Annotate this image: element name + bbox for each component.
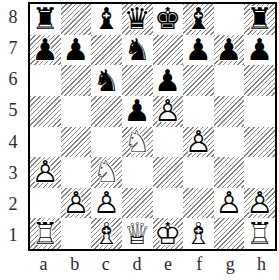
square-a5 xyxy=(30,96,61,127)
rank-label-4: 4 xyxy=(0,127,26,158)
square-b6 xyxy=(61,65,92,96)
file-label-a: a xyxy=(28,251,59,278)
square-f4: ♟♙ xyxy=(183,127,214,158)
square-b3 xyxy=(61,157,92,188)
square-d6 xyxy=(122,65,153,96)
square-f8: ♝ xyxy=(183,4,214,35)
rank-labels: 87654321 xyxy=(0,2,26,251)
square-b2: ♟♙ xyxy=(61,188,92,219)
square-f2 xyxy=(183,188,214,219)
rank-label-7: 7 xyxy=(0,33,26,64)
piece-black-pawn: ♟ xyxy=(183,35,214,66)
square-d3 xyxy=(122,157,153,188)
square-a6 xyxy=(30,65,61,96)
rank-label-1: 1 xyxy=(0,220,26,251)
piece-black-pawn: ♟ xyxy=(61,35,92,66)
piece-white-pawn: ♙ xyxy=(153,96,184,127)
file-label-d: d xyxy=(121,251,152,278)
piece-black-bishop: ♝ xyxy=(183,4,214,35)
piece-white-pawn: ♙ xyxy=(183,127,214,158)
rank-label-2: 2 xyxy=(0,189,26,220)
square-h2: ♟♙ xyxy=(244,188,275,219)
file-label-g: g xyxy=(215,251,246,278)
square-g8 xyxy=(214,4,245,35)
square-b1 xyxy=(61,218,92,249)
square-h6 xyxy=(244,65,275,96)
square-a8: ♜ xyxy=(30,4,61,35)
square-c7 xyxy=(91,35,122,66)
piece-white-queen: ♕ xyxy=(122,218,153,249)
piece-white-pawn: ♙ xyxy=(30,157,61,188)
square-g2: ♟♙ xyxy=(214,188,245,219)
square-e2 xyxy=(153,188,184,219)
file-label-b: b xyxy=(59,251,90,278)
piece-black-pawn: ♟ xyxy=(214,35,245,66)
piece-white-pawn: ♙ xyxy=(244,188,275,219)
square-c6: ♞ xyxy=(91,65,122,96)
square-c1: ♝♗ xyxy=(91,218,122,249)
chess-diagram-page: 87654321 ♜♝♛♚♝♜♟♟♞♟♟♟♞♟♟♟♙♞♘♟♙♟♙♞♘♟♙♟♙♟♙… xyxy=(0,0,279,280)
square-g7: ♟ xyxy=(214,35,245,66)
piece-black-bishop: ♝ xyxy=(91,4,122,35)
rank-label-5: 5 xyxy=(0,95,26,126)
square-d5: ♟ xyxy=(122,96,153,127)
square-f1: ♝♗ xyxy=(183,218,214,249)
square-a3: ♟♙ xyxy=(30,157,61,188)
piece-white-pawn: ♙ xyxy=(214,188,245,219)
square-e3 xyxy=(153,157,184,188)
file-label-c: c xyxy=(90,251,121,278)
piece-black-queen: ♛ xyxy=(122,4,153,35)
square-d1: ♛♕ xyxy=(122,218,153,249)
piece-black-knight: ♞ xyxy=(91,65,122,96)
piece-black-pawn: ♟ xyxy=(244,35,275,66)
piece-white-rook: ♖ xyxy=(30,218,61,249)
square-e4 xyxy=(153,127,184,158)
square-h1: ♜♖ xyxy=(244,218,275,249)
square-d2 xyxy=(122,188,153,219)
square-d4: ♞♘ xyxy=(122,127,153,158)
square-a1: ♜♖ xyxy=(30,218,61,249)
square-b5 xyxy=(61,96,92,127)
square-a2 xyxy=(30,188,61,219)
rank-label-8: 8 xyxy=(0,2,26,33)
square-e7 xyxy=(153,35,184,66)
square-g3 xyxy=(214,157,245,188)
square-e1: ♚♔ xyxy=(153,218,184,249)
square-g5 xyxy=(214,96,245,127)
square-a4 xyxy=(30,127,61,158)
piece-white-king: ♔ xyxy=(153,218,184,249)
square-g1 xyxy=(214,218,245,249)
square-g4 xyxy=(214,127,245,158)
piece-black-king: ♚ xyxy=(153,4,184,35)
piece-black-pawn: ♟ xyxy=(30,35,61,66)
file-label-h: h xyxy=(246,251,277,278)
square-h4 xyxy=(244,127,275,158)
piece-black-pawn: ♟ xyxy=(153,65,184,96)
square-g6 xyxy=(214,65,245,96)
square-h8: ♜ xyxy=(244,4,275,35)
piece-black-rook: ♜ xyxy=(30,4,61,35)
square-f3 xyxy=(183,157,214,188)
square-a7: ♟ xyxy=(30,35,61,66)
rank-label-3: 3 xyxy=(0,158,26,189)
square-e8: ♚ xyxy=(153,4,184,35)
square-d7: ♞ xyxy=(122,35,153,66)
square-d8: ♛ xyxy=(122,4,153,35)
piece-black-pawn: ♟ xyxy=(122,96,153,127)
square-b8 xyxy=(61,4,92,35)
square-h3 xyxy=(244,157,275,188)
square-h5 xyxy=(244,96,275,127)
file-label-e: e xyxy=(153,251,184,278)
file-label-f: f xyxy=(184,251,215,278)
piece-black-rook: ♜ xyxy=(244,4,275,35)
square-f7: ♟ xyxy=(183,35,214,66)
chess-board: ♜♝♛♚♝♜♟♟♞♟♟♟♞♟♟♟♙♞♘♟♙♟♙♞♘♟♙♟♙♟♙♟♙♜♖♝♗♛♕♚… xyxy=(28,2,277,251)
square-h7: ♟ xyxy=(244,35,275,66)
square-c5 xyxy=(91,96,122,127)
square-c3: ♞♘ xyxy=(91,157,122,188)
square-c8: ♝ xyxy=(91,4,122,35)
piece-white-knight: ♘ xyxy=(122,127,153,158)
file-labels: abcdefgh xyxy=(28,251,277,278)
square-f5 xyxy=(183,96,214,127)
piece-white-rook: ♖ xyxy=(244,218,275,249)
square-c2: ♟♙ xyxy=(91,188,122,219)
rank-label-6: 6 xyxy=(0,64,26,95)
piece-white-bishop: ♗ xyxy=(91,218,122,249)
square-c4 xyxy=(91,127,122,158)
piece-white-bishop: ♗ xyxy=(183,218,214,249)
square-f6 xyxy=(183,65,214,96)
piece-white-pawn: ♙ xyxy=(91,188,122,219)
piece-black-knight: ♞ xyxy=(122,35,153,66)
square-b4 xyxy=(61,127,92,158)
square-b7: ♟ xyxy=(61,35,92,66)
square-e6: ♟ xyxy=(153,65,184,96)
piece-white-pawn: ♙ xyxy=(61,188,92,219)
square-e5: ♟♙ xyxy=(153,96,184,127)
piece-white-knight: ♘ xyxy=(91,157,122,188)
